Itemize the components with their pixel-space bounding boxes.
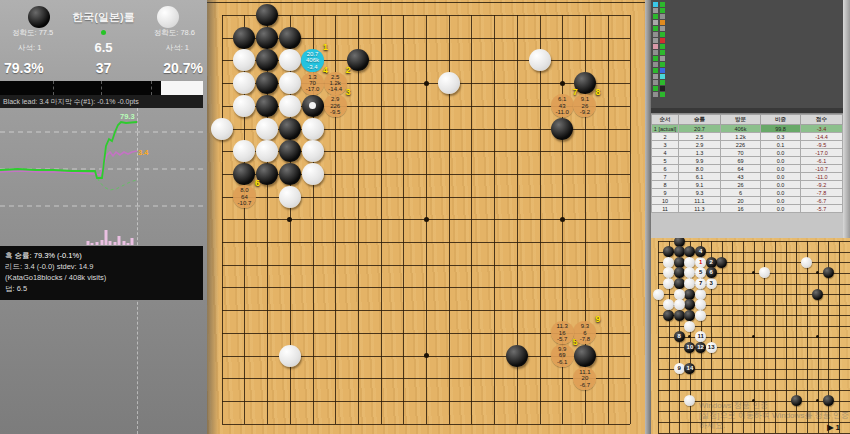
black-stone [823, 267, 834, 278]
black-stone [256, 49, 278, 71]
column-header[interactable]: 방문 [720, 115, 760, 125]
move-quality-square [653, 92, 658, 97]
cell: 43 [720, 173, 760, 181]
move-quality-strip [653, 2, 665, 97]
white-stone [684, 278, 695, 289]
candidate-move[interactable]: 11.316-5.7 [551, 321, 574, 344]
winrate-current-label: 79.3 [120, 112, 135, 121]
black-stone [279, 118, 301, 140]
cell: 69 [720, 157, 760, 165]
scrollbar[interactable] [843, 0, 850, 238]
cell: 11.3 [679, 205, 721, 213]
candidate-row[interactable]: 89.1260.0-9.2 [652, 181, 843, 189]
candidate-score: -6.1 [551, 359, 574, 365]
grid-line [658, 379, 850, 380]
black-stone [674, 246, 685, 257]
move-quality-square [653, 20, 658, 25]
move-quality-square [653, 50, 658, 55]
black-stone [674, 257, 685, 268]
white-stone [233, 72, 255, 94]
candidate-move[interactable]: 9.36-7.89 [573, 321, 596, 344]
star-point [560, 81, 565, 86]
cell: 3 [652, 141, 679, 149]
black-stone [674, 267, 685, 278]
pointloss-bar [114, 242, 117, 245]
black-stone [279, 27, 301, 49]
white-stone [653, 289, 664, 300]
move-quality-square [660, 2, 665, 7]
cell: 64 [720, 165, 760, 173]
board-edge [207, 2, 645, 3]
grid-line [608, 15, 609, 424]
move-quality-square [653, 14, 658, 19]
pointloss-bar [109, 241, 112, 245]
pointloss-bar [123, 241, 126, 245]
grid-line [786, 241, 787, 433]
candidate-table-panel: 순서승률방문비중점수1 [actual]20.7406k99.8-3.422.5… [651, 113, 843, 239]
black-stone [256, 27, 278, 49]
score-current-label: 3.4 [138, 148, 149, 157]
engine-info-line: 덤: 6.5 [5, 283, 198, 294]
white-stone [684, 395, 695, 406]
cell: 8 [652, 181, 679, 189]
cell: 2.9 [679, 141, 721, 149]
black-stone [663, 246, 674, 257]
cell: 26 [720, 181, 760, 189]
analysis-panel: 한국(일본)룰 정확도: 77.5 정확도: 78.6 사석: 1 6.5 사석… [0, 0, 207, 434]
white-stone [211, 118, 233, 140]
grid-line [222, 401, 631, 402]
candidate-row[interactable]: 22.51.2k0.3-14.4 [652, 133, 843, 141]
engine-info-line: 리드: 3.4 (-0.0) stdev: 14.9 [5, 261, 198, 272]
black-stone [506, 345, 528, 367]
candidate-row[interactable]: 1011.1200.0-6.7 [652, 197, 843, 205]
bar-tick [101, 81, 102, 95]
column-header[interactable]: 비중 [760, 115, 800, 125]
black-stone [302, 95, 324, 117]
pointloss-bar [127, 243, 130, 245]
white-accuracy-label: 정확도: 78.6 [154, 28, 195, 38]
move-quality-panel [651, 0, 845, 108]
cell: 8.0 [679, 165, 721, 173]
grid-line [222, 265, 631, 266]
black-stone [674, 310, 685, 321]
white-stone [684, 257, 695, 268]
move-quality-row [653, 14, 665, 19]
white-stone [438, 72, 460, 94]
candidate-row[interactable]: 99.360.0-7.8 [652, 189, 843, 197]
column-header[interactable]: 점수 [801, 115, 843, 125]
cell: -6.7 [801, 197, 843, 205]
engine-status-icon [101, 30, 106, 35]
candidate-score: -17.0 [301, 86, 324, 92]
cell: 0.0 [760, 165, 800, 173]
cell: 9 [652, 189, 679, 197]
candidate-row[interactable]: 1111.3160.0-5.7 [652, 205, 843, 213]
cell: 20.7 [679, 125, 721, 133]
cell: 226 [720, 141, 760, 149]
white-stone [279, 49, 301, 71]
move-quality-square [660, 14, 665, 19]
move-quality-row [653, 86, 665, 91]
move-quality-square [653, 32, 658, 37]
grid-line [540, 15, 541, 424]
move-quality-square [653, 68, 658, 73]
white-stone [233, 140, 255, 162]
candidate-score: -14.4 [324, 86, 347, 92]
candidate-score: -3.4 [301, 64, 324, 70]
variation-move-stone: 6 [706, 267, 717, 278]
star-point [752, 271, 755, 274]
cell: -9.2 [801, 181, 843, 189]
variation-move-stone: 7 [695, 278, 706, 289]
last-move-marker [309, 102, 316, 109]
black-stone [674, 278, 685, 289]
white-stone [302, 118, 324, 140]
candidate-rank: 8 [595, 88, 600, 97]
cell: 9.3 [679, 189, 721, 197]
white-stone [684, 321, 695, 332]
move-quality-row [653, 38, 665, 43]
move-quality-square [660, 44, 665, 49]
cell: 0.0 [760, 157, 800, 165]
candidate-move[interactable]: 6.143-11.07 [551, 94, 574, 117]
move-quality-square [660, 38, 665, 43]
cell: 2.5 [679, 133, 721, 141]
column-header[interactable]: 순서 [652, 115, 679, 125]
grid-line [630, 15, 631, 424]
move-quality-row [653, 20, 665, 25]
cell: -17.0 [801, 149, 843, 157]
white-stone [695, 310, 706, 321]
candidate-rank: 2 [346, 66, 351, 75]
cell: 1.2k [720, 133, 760, 141]
cell: 6 [652, 165, 679, 173]
candidate-moves-table[interactable]: 순서승률방문비중점수1 [actual]20.7406k99.8-3.422.5… [651, 114, 843, 213]
grid-line [471, 15, 472, 424]
black-stone [823, 395, 834, 406]
cell: 0.3 [760, 133, 800, 141]
white-stone [695, 289, 706, 300]
variation-move-stone: 1 [695, 257, 706, 268]
move-quality-square [653, 44, 658, 49]
bar-tick [151, 81, 152, 95]
star-point [816, 335, 819, 338]
candidate-row[interactable]: 68.0640.0-10.7 [652, 165, 843, 173]
move-quality-row [653, 8, 665, 13]
candidate-score: -10.7 [233, 200, 256, 206]
white-stone [663, 257, 674, 268]
grid-line [775, 241, 776, 433]
white-stone [684, 267, 695, 278]
star-point [287, 217, 292, 222]
variation-board[interactable]: Windows 정품 인증 [설정]으로 이동하여 Windows를 정품 인증… [651, 238, 850, 434]
black-stone [256, 95, 278, 117]
grid-line [222, 287, 631, 288]
cell: 20 [720, 197, 760, 205]
variation-move-stone: 8 [674, 331, 685, 342]
cell: 9.1 [679, 181, 721, 189]
move-quality-row [653, 44, 665, 49]
pointloss-bar [105, 230, 108, 245]
white-stone [674, 299, 685, 310]
move-quality-row [653, 26, 665, 31]
variation-move-stone: 3 [706, 278, 717, 289]
cell: 11.1 [679, 197, 721, 205]
black-stone [663, 310, 674, 321]
grid-line [494, 15, 495, 424]
white-stone [279, 95, 301, 117]
grid-line [658, 422, 850, 423]
column-header[interactable]: 승률 [679, 115, 721, 125]
grid-line [222, 242, 631, 243]
pointloss-bar [101, 240, 104, 245]
cell: -7.8 [801, 189, 843, 197]
move-quality-square [660, 74, 665, 79]
candidate-rank: 4 [323, 66, 328, 75]
variation-move-stone: 4 [695, 246, 706, 257]
cell: 7 [652, 173, 679, 181]
cell: 5 [652, 157, 679, 165]
black-stone [233, 27, 255, 49]
white-stone [801, 257, 812, 268]
grid-line [222, 378, 631, 379]
variation-move-stone: 5 [695, 267, 706, 278]
white-player-icon [157, 6, 179, 28]
move-quality-square [653, 80, 658, 85]
black-stone [812, 289, 823, 300]
move-quality-square [660, 92, 665, 97]
white-stone [663, 267, 674, 278]
cell: 0.0 [760, 181, 800, 189]
move-quality-square [653, 62, 658, 67]
move-quality-square [653, 56, 658, 61]
cell: 70 [720, 149, 760, 157]
table-header-row: 순서승률방문비중점수 [652, 115, 843, 125]
move-quality-row [653, 92, 665, 97]
variation-move-stone: 14 [684, 363, 695, 374]
player-header: 한국(일본)룰 정확도: 77.5 정확도: 78.6 사석: 1 6.5 사석… [0, 0, 207, 60]
candidate-score: -9.5 [324, 109, 347, 115]
star-point [424, 81, 429, 86]
pointloss-bar [91, 243, 94, 245]
pointloss-bar [87, 241, 90, 245]
engine-info-line: (KataGo18blocks / 408k visits) [5, 272, 198, 283]
winrate-line [0, 122, 137, 178]
white-stone [695, 299, 706, 310]
candidate-rank: 6 [255, 179, 260, 188]
move-quality-row [653, 74, 665, 79]
move-quality-square [660, 32, 665, 37]
candidate-row[interactable]: 59.9690.0-6.1 [652, 157, 843, 165]
star-point [424, 353, 429, 358]
white-stone [302, 163, 324, 185]
engine-info-box: 흑 승률: 79.3% (-0.1%)리드: 3.4 (-0.0) stdev:… [0, 246, 203, 300]
white-stone [529, 49, 551, 71]
white-stone [256, 140, 278, 162]
white-stone [663, 278, 674, 289]
engine-info-line: 흑 승률: 79.3% (-0.1%) [5, 250, 198, 261]
move-quality-square [660, 20, 665, 25]
white-stone [759, 267, 770, 278]
pointloss-bar [131, 238, 134, 245]
move-quality-square [653, 86, 658, 91]
candidate-move[interactable]: 2.51.2k-14.42 [324, 72, 347, 95]
move-quality-square [660, 68, 665, 73]
cell: -9.5 [801, 141, 843, 149]
candidate-move[interactable]: 11.120-6.7 [573, 367, 596, 390]
move-quality-square [653, 38, 658, 43]
winrate-bar[interactable] [0, 81, 203, 95]
candidate-move[interactable]: 9.126-9.28 [573, 94, 596, 117]
move-quality-square [660, 80, 665, 85]
cell: 0.0 [760, 149, 800, 157]
candidate-row[interactable]: 76.1430.0-11.0 [652, 173, 843, 181]
grid-line [658, 390, 850, 391]
black-winrate-value: 79.3% [4, 60, 44, 76]
white-stone [233, 95, 255, 117]
candidate-score: -11.0 [551, 109, 574, 115]
cell: 2 [652, 133, 679, 141]
grid-line [658, 358, 850, 359]
cell: 4 [652, 149, 679, 157]
candidate-move[interactable]: 8.064-10.76 [233, 185, 256, 208]
cell: 0.0 [760, 173, 800, 181]
cell: 406k [720, 125, 760, 133]
cell: -5.7 [801, 205, 843, 213]
candidate-move[interactable]: 1.370-17.04 [301, 72, 324, 95]
white-captures-label: 사석: 1 [166, 43, 189, 53]
move-quality-square [660, 56, 665, 61]
candidate-rank: 9 [595, 315, 600, 324]
white-stone [663, 299, 674, 310]
cell: -14.4 [801, 133, 843, 141]
cell: 11 [652, 205, 679, 213]
black-stone [684, 246, 695, 257]
black-stone [279, 163, 301, 185]
cell: 0.1 [760, 141, 800, 149]
move-quality-row [653, 68, 665, 73]
white-stone [279, 186, 301, 208]
move-quality-row [653, 32, 665, 37]
candidate-rank: 1 [323, 43, 328, 52]
move-quality-square [653, 74, 658, 79]
move-quality-row [653, 50, 665, 55]
cell: 0.0 [760, 189, 800, 197]
white-stone [256, 118, 278, 140]
candidate-move[interactable]: 20.7406k-3.41 [301, 49, 324, 72]
candidate-row[interactable]: 1 [actual]20.7406k99.8-3.4 [652, 125, 843, 133]
pointloss-bar [118, 236, 121, 245]
move-quality-square [660, 50, 665, 55]
move-quality-square [653, 8, 658, 13]
grid-line [658, 433, 850, 434]
app-window: 한국(일본)룰 정확도: 77.5 정확도: 78.6 사석: 1 6.5 사석… [0, 0, 850, 434]
winrate-graph[interactable]: 79.33.4 [0, 108, 207, 245]
star-point [816, 271, 819, 274]
cell: 1 [actual] [652, 125, 679, 133]
candidate-move[interactable]: 2.9226-9.53 [324, 94, 347, 117]
move-quality-square [660, 8, 665, 13]
grid-line [839, 241, 840, 433]
cell: 0.0 [760, 197, 800, 205]
main-goban[interactable]: 20.7406k-3.412.51.2k-14.422.9226-9.531.3… [207, 0, 645, 434]
candidate-row[interactable]: 32.92260.1-9.5 [652, 141, 843, 149]
white-stone [233, 49, 255, 71]
black-stone [684, 310, 695, 321]
move-quality-row [653, 80, 665, 85]
black-player-icon [28, 6, 50, 28]
candidate-score: -7.8 [573, 336, 596, 342]
cell: -11.0 [801, 173, 843, 181]
candidate-rank: 3 [346, 88, 351, 97]
candidate-row[interactable]: 41.3700.0-17.0 [652, 149, 843, 157]
star-point [752, 335, 755, 338]
candidate-move[interactable]: 9.969-6.15 [551, 344, 574, 367]
cell: -6.1 [801, 157, 843, 165]
black-captures-label: 사석: 1 [18, 43, 41, 53]
black-stone [551, 118, 573, 140]
black-stone [684, 289, 695, 300]
variation-move-stone: 13 [706, 342, 717, 353]
cell: 16 [720, 205, 760, 213]
cell: 6.1 [679, 173, 721, 181]
cell: 1.3 [679, 149, 721, 157]
variation-move-stone: 12 [695, 342, 706, 353]
black-stone [256, 72, 278, 94]
move-quality-row [653, 2, 665, 7]
grid-line [807, 241, 808, 433]
winrate-bar-white [161, 81, 203, 95]
move-quality-square [653, 2, 658, 7]
move-quality-row [653, 56, 665, 61]
grid-line [658, 411, 850, 412]
move-quality-row [653, 62, 665, 67]
bar-tick [53, 81, 54, 95]
white-stone [302, 140, 324, 162]
cell: 99.8 [760, 125, 800, 133]
move-quality-square [660, 62, 665, 67]
star-point [688, 335, 691, 338]
black-stone [716, 257, 727, 268]
candidate-score: -6.7 [573, 382, 596, 388]
white-winrate-value: 20.7% [163, 60, 203, 76]
black-accuracy-label: 정확도: 77.5 [12, 28, 53, 38]
komi-value: 6.5 [94, 40, 112, 55]
rules-label: 한국(일본)룰 [72, 10, 134, 25]
white-stone [279, 345, 301, 367]
winrate-bar-black [0, 81, 161, 95]
move-quality-square [660, 86, 665, 91]
black-stone [233, 163, 255, 185]
cell: 10 [652, 197, 679, 205]
move-quality-square [660, 26, 665, 31]
variation-move-stone: 11 [695, 331, 706, 342]
grid-line [222, 310, 631, 311]
pointloss-bar [96, 242, 99, 245]
black-stone [574, 345, 596, 367]
cell: -3.4 [801, 125, 843, 133]
variation-move-stone: 2 [706, 257, 717, 268]
white-stone [674, 289, 685, 300]
variation-move-stone: 10 [684, 342, 695, 353]
black-stone [256, 4, 278, 26]
cell: 9.9 [679, 157, 721, 165]
lead-summary: Black lead: 3.4 마지막 수(#1): -0.1% -0.0pts [0, 95, 203, 108]
star-point [424, 217, 429, 222]
cell: 6 [720, 189, 760, 197]
cell: 0.0 [760, 205, 800, 213]
